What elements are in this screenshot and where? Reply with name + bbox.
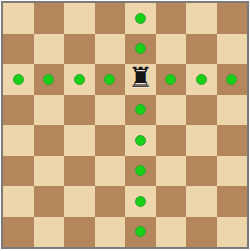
square-f1[interactable] xyxy=(156,217,187,248)
square-e6[interactable]: ♜ xyxy=(125,64,156,95)
square-f8[interactable] xyxy=(156,3,187,34)
square-h6[interactable] xyxy=(217,64,248,95)
legal-move-dot-e8[interactable] xyxy=(135,13,146,24)
square-f3[interactable] xyxy=(156,156,187,187)
square-g1[interactable] xyxy=(186,217,217,248)
square-h1[interactable] xyxy=(217,217,248,248)
square-b3[interactable] xyxy=(34,156,65,187)
legal-move-dot-e3[interactable] xyxy=(135,165,146,176)
square-h8[interactable] xyxy=(217,3,248,34)
square-c1[interactable] xyxy=(64,217,95,248)
square-d6[interactable] xyxy=(95,64,126,95)
legal-move-dot-e2[interactable] xyxy=(135,196,146,207)
square-h7[interactable] xyxy=(217,34,248,65)
square-g8[interactable] xyxy=(186,3,217,34)
square-d5[interactable] xyxy=(95,95,126,126)
square-f6[interactable] xyxy=(156,64,187,95)
square-a3[interactable] xyxy=(3,156,34,187)
square-a1[interactable] xyxy=(3,217,34,248)
square-e4[interactable] xyxy=(125,125,156,156)
square-d8[interactable] xyxy=(95,3,126,34)
square-g4[interactable] xyxy=(186,125,217,156)
square-g7[interactable] xyxy=(186,34,217,65)
square-e5[interactable] xyxy=(125,95,156,126)
square-c6[interactable] xyxy=(64,64,95,95)
square-g2[interactable] xyxy=(186,186,217,217)
square-a7[interactable] xyxy=(3,34,34,65)
square-c8[interactable] xyxy=(64,3,95,34)
legal-move-dot-f6[interactable] xyxy=(165,74,176,85)
legal-move-dot-e1[interactable] xyxy=(135,226,146,237)
square-d2[interactable] xyxy=(95,186,126,217)
square-h4[interactable] xyxy=(217,125,248,156)
legal-move-dot-a6[interactable] xyxy=(13,74,24,85)
board-frame: ♜ xyxy=(1,1,249,249)
square-e2[interactable] xyxy=(125,186,156,217)
square-b4[interactable] xyxy=(34,125,65,156)
square-f2[interactable] xyxy=(156,186,187,217)
square-a5[interactable] xyxy=(3,95,34,126)
square-a2[interactable] xyxy=(3,186,34,217)
square-e8[interactable] xyxy=(125,3,156,34)
square-c3[interactable] xyxy=(64,156,95,187)
square-h5[interactable] xyxy=(217,95,248,126)
square-g6[interactable] xyxy=(186,64,217,95)
legal-move-dot-d6[interactable] xyxy=(104,74,115,85)
square-h2[interactable] xyxy=(217,186,248,217)
legal-move-dot-e7[interactable] xyxy=(135,43,146,54)
square-b5[interactable] xyxy=(34,95,65,126)
legal-move-dot-h6[interactable] xyxy=(226,74,237,85)
legal-move-dot-e4[interactable] xyxy=(135,135,146,146)
square-c2[interactable] xyxy=(64,186,95,217)
square-b8[interactable] xyxy=(34,3,65,34)
square-c5[interactable] xyxy=(64,95,95,126)
legal-move-dot-e5[interactable] xyxy=(135,104,146,115)
square-h3[interactable] xyxy=(217,156,248,187)
square-g5[interactable] xyxy=(186,95,217,126)
square-b6[interactable] xyxy=(34,64,65,95)
black-rook[interactable]: ♜ xyxy=(128,64,153,92)
square-a4[interactable] xyxy=(3,125,34,156)
square-d1[interactable] xyxy=(95,217,126,248)
square-g3[interactable] xyxy=(186,156,217,187)
chess-board: ♜ xyxy=(3,3,247,247)
square-c7[interactable] xyxy=(64,34,95,65)
square-f7[interactable] xyxy=(156,34,187,65)
legal-move-dot-g6[interactable] xyxy=(196,74,207,85)
square-d4[interactable] xyxy=(95,125,126,156)
square-f5[interactable] xyxy=(156,95,187,126)
square-a6[interactable] xyxy=(3,64,34,95)
square-e3[interactable] xyxy=(125,156,156,187)
legal-move-dot-c6[interactable] xyxy=(74,74,85,85)
square-c4[interactable] xyxy=(64,125,95,156)
square-b1[interactable] xyxy=(34,217,65,248)
square-d3[interactable] xyxy=(95,156,126,187)
square-d7[interactable] xyxy=(95,34,126,65)
legal-move-dot-b6[interactable] xyxy=(43,74,54,85)
square-b2[interactable] xyxy=(34,186,65,217)
square-a8[interactable] xyxy=(3,3,34,34)
square-b7[interactable] xyxy=(34,34,65,65)
square-e1[interactable] xyxy=(125,217,156,248)
square-f4[interactable] xyxy=(156,125,187,156)
square-e7[interactable] xyxy=(125,34,156,65)
